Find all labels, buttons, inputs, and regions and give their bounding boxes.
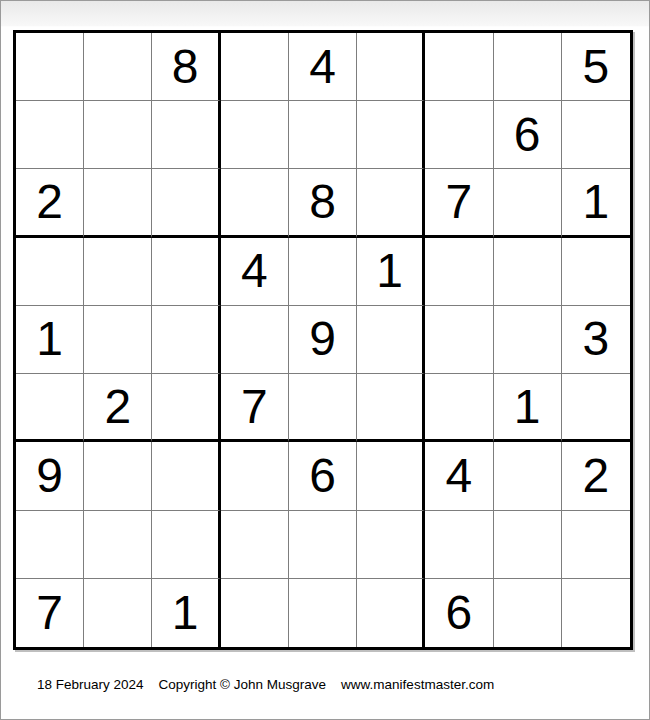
given-digit: 1 — [376, 247, 403, 295]
sudoku-cell[interactable] — [289, 101, 357, 169]
given-digit: 1 — [514, 383, 541, 431]
footer-copyright: Copyright © John Musgrave — [159, 677, 327, 692]
sudoku-cell[interactable] — [357, 169, 425, 237]
sudoku-cell[interactable] — [152, 169, 220, 237]
sudoku-cell[interactable] — [152, 306, 220, 374]
sudoku-cell[interactable] — [562, 374, 630, 442]
sudoku-cell[interactable] — [357, 101, 425, 169]
sudoku-cell[interactable] — [221, 511, 289, 579]
sudoku-board: 84562871411932719642716 — [13, 30, 633, 650]
given-digit: 1 — [583, 178, 610, 226]
sudoku-cell[interactable] — [152, 374, 220, 442]
sudoku-cell[interactable]: 1 — [494, 374, 562, 442]
given-digit: 5 — [583, 43, 610, 91]
given-digit: 7 — [36, 589, 63, 637]
sudoku-cell[interactable] — [289, 579, 357, 647]
sudoku-cell[interactable] — [289, 511, 357, 579]
sudoku-cell[interactable] — [84, 238, 152, 306]
sudoku-cell[interactable]: 6 — [425, 579, 493, 647]
sudoku-cell[interactable] — [357, 579, 425, 647]
sudoku-cell[interactable] — [357, 306, 425, 374]
sudoku-cell[interactable] — [562, 511, 630, 579]
sudoku-cell[interactable] — [221, 579, 289, 647]
sudoku-cell[interactable] — [152, 101, 220, 169]
given-digit: 2 — [583, 452, 610, 500]
sudoku-cell[interactable] — [357, 374, 425, 442]
given-digit: 4 — [446, 452, 473, 500]
puzzle-page: 84562871411932719642716 18 February 2024… — [0, 0, 650, 720]
given-digit: 1 — [172, 589, 199, 637]
footer-date: 18 February 2024 — [37, 677, 144, 692]
sudoku-cell[interactable] — [221, 101, 289, 169]
sudoku-cell[interactable] — [152, 442, 220, 510]
given-digit: 7 — [446, 178, 473, 226]
sudoku-cell[interactable] — [494, 442, 562, 510]
sudoku-cell[interactable] — [494, 169, 562, 237]
sudoku-cell[interactable]: 4 — [425, 442, 493, 510]
sudoku-cell[interactable] — [425, 374, 493, 442]
sudoku-cell[interactable] — [221, 33, 289, 101]
sudoku-cell[interactable] — [494, 306, 562, 374]
sudoku-cell[interactable] — [84, 169, 152, 237]
sudoku-cell[interactable]: 4 — [289, 33, 357, 101]
given-digit: 6 — [446, 589, 473, 637]
given-digit: 7 — [241, 383, 268, 431]
footer-website: www.manifestmaster.com — [341, 677, 494, 692]
sudoku-cell[interactable]: 1 — [357, 238, 425, 306]
given-digit: 1 — [36, 315, 63, 363]
sudoku-cell[interactable] — [84, 579, 152, 647]
sudoku-cell[interactable] — [357, 511, 425, 579]
sudoku-cell[interactable]: 7 — [425, 169, 493, 237]
sudoku-cell[interactable] — [562, 238, 630, 306]
sudoku-cell[interactable]: 2 — [16, 169, 84, 237]
sudoku-cell[interactable] — [425, 511, 493, 579]
sudoku-cell[interactable] — [562, 101, 630, 169]
sudoku-cell[interactable]: 8 — [289, 169, 357, 237]
sudoku-cell[interactable] — [84, 101, 152, 169]
sudoku-cell[interactable] — [84, 33, 152, 101]
sudoku-cell[interactable]: 5 — [562, 33, 630, 101]
sudoku-cell[interactable]: 9 — [289, 306, 357, 374]
given-digit: 6 — [514, 111, 541, 159]
sudoku-cell[interactable] — [221, 442, 289, 510]
sudoku-cell[interactable] — [425, 238, 493, 306]
sudoku-cell[interactable]: 6 — [494, 101, 562, 169]
sudoku-cell[interactable] — [494, 511, 562, 579]
given-digit: 4 — [241, 247, 268, 295]
sudoku-cell[interactable]: 2 — [84, 374, 152, 442]
sudoku-cell[interactable]: 3 — [562, 306, 630, 374]
sudoku-cell[interactable]: 1 — [562, 169, 630, 237]
sudoku-cell[interactable] — [16, 511, 84, 579]
sudoku-cell[interactable]: 7 — [16, 579, 84, 647]
sudoku-cell[interactable]: 8 — [152, 33, 220, 101]
sudoku-cell[interactable] — [152, 511, 220, 579]
sudoku-cell[interactable] — [425, 101, 493, 169]
given-digit: 9 — [309, 315, 336, 363]
sudoku-cell[interactable] — [289, 374, 357, 442]
sudoku-cell[interactable] — [357, 33, 425, 101]
sudoku-cell[interactable] — [84, 511, 152, 579]
footer: 18 February 2024 Copyright © John Musgra… — [37, 677, 494, 692]
sudoku-cell[interactable] — [425, 306, 493, 374]
given-digit: 8 — [172, 43, 199, 91]
sudoku-cell[interactable] — [16, 374, 84, 442]
sudoku-cell[interactable] — [221, 169, 289, 237]
sudoku-cell[interactable] — [562, 579, 630, 647]
sudoku-cell[interactable] — [16, 101, 84, 169]
given-digit: 6 — [309, 452, 336, 500]
given-digit: 4 — [309, 43, 336, 91]
given-digit: 8 — [309, 178, 336, 226]
sudoku-cell[interactable]: 7 — [221, 374, 289, 442]
sudoku-cell[interactable] — [425, 33, 493, 101]
sudoku-cell[interactable]: 4 — [221, 238, 289, 306]
header-strip — [1, 1, 649, 27]
sudoku-cell[interactable] — [221, 306, 289, 374]
sudoku-cell[interactable] — [84, 306, 152, 374]
sudoku-cell[interactable]: 6 — [289, 442, 357, 510]
given-digit: 3 — [583, 315, 610, 363]
given-digit: 2 — [104, 383, 131, 431]
sudoku-cell[interactable] — [84, 442, 152, 510]
sudoku-cell[interactable] — [289, 238, 357, 306]
sudoku-cell[interactable]: 1 — [16, 306, 84, 374]
sudoku-cell[interactable] — [494, 238, 562, 306]
sudoku-cell[interactable] — [16, 33, 84, 101]
given-digit: 9 — [36, 452, 63, 500]
given-digit: 2 — [36, 178, 63, 226]
sudoku-cell[interactable]: 1 — [152, 579, 220, 647]
sudoku-cell[interactable]: 9 — [16, 442, 84, 510]
sudoku-cell[interactable] — [16, 238, 84, 306]
sudoku-cell[interactable] — [494, 33, 562, 101]
sudoku-cell[interactable] — [494, 579, 562, 647]
sudoku-cell[interactable] — [152, 238, 220, 306]
sudoku-cell[interactable]: 2 — [562, 442, 630, 510]
sudoku-cell[interactable] — [357, 442, 425, 510]
